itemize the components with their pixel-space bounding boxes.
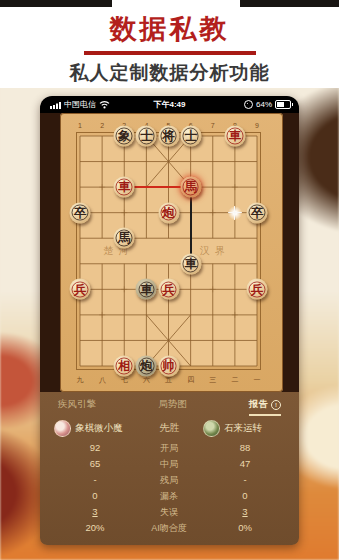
stat-right-value: 88 [186, 442, 299, 453]
analysis-panel: 疾风引擎局势图报告! 象棋微小魔 先胜 石来运转 92开局8865中局47-残局… [40, 392, 299, 545]
stat-right-value: 0 [186, 490, 299, 501]
coord-top-9: 9 [255, 122, 259, 129]
coord-top-2: 2 [100, 122, 104, 129]
stat-row-中局: 65中局47 [40, 458, 299, 474]
piece-red-炮[interactable]: 炮 [158, 202, 179, 223]
tab-2[interactable]: 局势图 [158, 398, 187, 416]
coord-top-7: 7 [211, 122, 215, 129]
promo-header: 数据私教 私人定制数据分析功能 [0, 0, 339, 88]
stat-row-漏杀: 0漏杀0 [40, 490, 299, 506]
promo-title: 数据私教 [0, 11, 339, 47]
screenshot-root: 数据私教 私人定制数据分析功能 中国电信 下午4:49 64% [0, 0, 339, 560]
piece-black-炮[interactable]: 炮 [136, 356, 157, 377]
tab-1[interactable]: 疾风引擎 [58, 398, 96, 416]
phone-screenshot: 中国电信 下午4:49 64% 楚河 汉界 123456789 九八七六五 [40, 96, 299, 545]
photo-top-edge-right [240, 0, 339, 7]
piece-red-兵[interactable]: 兵 [247, 279, 268, 300]
move-target-star [228, 206, 242, 220]
tab-bar: 疾风引擎局势图报告! [40, 398, 299, 416]
players-row: 象棋微小魔 先胜 石来运转 [40, 418, 299, 438]
piece-black-馬[interactable]: 馬 [114, 228, 135, 249]
coord-bottom-1: 九 [77, 375, 84, 385]
carrier-label: 中国电信 [64, 99, 96, 110]
wifi-icon [99, 100, 110, 109]
piece-red-車[interactable]: 車 [114, 177, 135, 198]
piece-red-兵[interactable]: 兵 [70, 279, 91, 300]
game-result: 先胜 [160, 421, 180, 435]
clock: 下午4:49 [153, 99, 185, 110]
coord-top-1: 1 [78, 122, 82, 129]
piece-red-帅[interactable]: 帅 [158, 356, 179, 377]
piece-black-象[interactable]: 象 [114, 126, 135, 147]
piece-black-車[interactable]: 車 [136, 279, 157, 300]
board-area: 楚河 汉界 123456789 九八七六五四三二一 象士将士車車馬卒炮卒馬車兵車… [40, 113, 299, 392]
rotation-lock-icon [244, 100, 253, 109]
coord-bottom-9: 一 [254, 375, 261, 385]
right-player-avatar [203, 420, 220, 437]
piece-red-馬[interactable]: 馬 [180, 177, 201, 198]
left-player: 象棋微小魔 [54, 418, 123, 438]
battery-icon [275, 100, 291, 109]
stat-row-残局: -残局- [40, 474, 299, 490]
piece-red-兵[interactable]: 兵 [158, 279, 179, 300]
stat-right-value: 47 [186, 458, 299, 469]
battery-percent: 64% [256, 100, 272, 109]
river-label-right: 汉界 [200, 244, 230, 258]
coord-bottom-4: 六 [143, 375, 150, 385]
black-move-line [190, 187, 192, 264]
piece-black-卒[interactable]: 卒 [70, 202, 91, 223]
promo-subtitle: 私人定制数据分析功能 [0, 60, 339, 86]
stat-right-value: - [186, 474, 299, 485]
piece-red-車[interactable]: 車 [224, 126, 245, 147]
coord-bottom-5: 五 [165, 375, 172, 385]
right-player: 石来运转 [203, 418, 262, 438]
coord-bottom-2: 八 [99, 375, 106, 385]
piece-red-相[interactable]: 相 [114, 356, 135, 377]
title-underline [84, 51, 256, 55]
stats-table: 92开局8865中局47-残局-0漏杀03失误320%AI吻合度0% [40, 442, 299, 538]
tab-3[interactable]: 报告! [249, 398, 281, 416]
piece-black-士[interactable]: 士 [136, 126, 157, 147]
signal-icon [50, 101, 61, 109]
xiangqi-board[interactable]: 楚河 汉界 123456789 九八七六五四三二一 象士将士車車馬卒炮卒馬車兵車… [60, 113, 283, 392]
status-bar: 中国电信 下午4:49 64% [40, 96, 299, 113]
piece-black-車[interactable]: 車 [180, 253, 201, 274]
stat-row-开局: 92开局88 [40, 442, 299, 458]
stat-row-AI吻合度: 20%AI吻合度0% [40, 522, 299, 538]
left-player-avatar [54, 420, 71, 437]
left-player-name: 象棋微小魔 [75, 422, 123, 435]
info-icon[interactable]: ! [271, 400, 281, 410]
tab-label: 疾风引擎 [58, 398, 96, 411]
photo-top-edge-left [0, 0, 112, 7]
right-player-name: 石来运转 [224, 422, 262, 435]
stat-right-value: 0% [186, 522, 299, 533]
piece-black-卒[interactable]: 卒 [247, 202, 268, 223]
stat-right-value[interactable]: 3 [186, 506, 299, 517]
piece-black-将[interactable]: 将 [158, 126, 179, 147]
coord-bottom-6: 四 [187, 375, 194, 385]
tab-label: 报告 [249, 398, 268, 411]
piece-black-士[interactable]: 士 [180, 126, 201, 147]
stat-row-失误: 3失误3 [40, 506, 299, 522]
coord-bottom-7: 三 [209, 375, 216, 385]
tab-label: 局势图 [158, 398, 187, 411]
coord-bottom-3: 七 [121, 375, 128, 385]
board-grid [60, 113, 283, 392]
coord-bottom-8: 二 [231, 375, 238, 385]
